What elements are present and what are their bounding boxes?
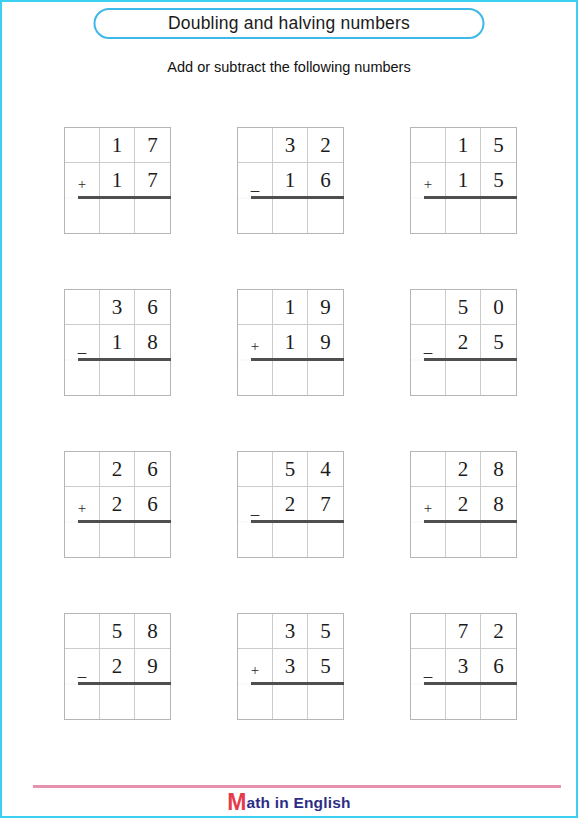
minus-sign: –: [65, 348, 99, 356]
top-ones-digit: 2: [481, 614, 516, 649]
problem-grid-7: 26+26: [64, 451, 171, 558]
answer-cell: [273, 198, 308, 233]
answer-cell: [238, 360, 273, 395]
problem-grid-1: 17+17: [64, 127, 171, 234]
answer-cell: [135, 360, 170, 395]
answer-cell: [238, 198, 273, 233]
answer-cell: [446, 522, 481, 557]
answer-cell: [446, 198, 481, 233]
minus-sign: –: [411, 348, 445, 356]
operator-cell: –: [65, 325, 100, 360]
worksheet-page: Doubling and halving numbers Add or subt…: [0, 0, 578, 818]
bottom-tens-digit: 1: [100, 163, 135, 198]
answer-cell: [273, 522, 308, 557]
bottom-tens-digit: 2: [100, 649, 135, 684]
problem-grid-11: 35+35: [237, 613, 344, 720]
answer-cell: [65, 360, 100, 395]
blank-cell: [411, 614, 446, 649]
blank-cell: [65, 290, 100, 325]
top-ones-digit: 8: [135, 614, 170, 649]
problem-grid-8: 54–27: [237, 451, 344, 558]
operator-cell: –: [238, 487, 273, 522]
blank-cell: [238, 614, 273, 649]
blank-cell: [238, 290, 273, 325]
answer-line: [251, 358, 344, 361]
answer-line-gap: [65, 197, 78, 199]
answer-cell: [65, 522, 100, 557]
footer-divider: [33, 785, 561, 788]
answer-cell: [446, 684, 481, 719]
answer-line: [78, 358, 171, 361]
answer-cell: [65, 684, 100, 719]
answer-cell: [308, 684, 343, 719]
answer-cell: [135, 198, 170, 233]
page-title: Doubling and halving numbers: [168, 13, 410, 34]
answer-line: [424, 520, 517, 523]
bottom-ones-digit: 9: [308, 325, 343, 360]
minus-sign: –: [238, 510, 272, 518]
bottom-ones-digit: 9: [135, 649, 170, 684]
answer-cell: [308, 198, 343, 233]
top-ones-digit: 6: [135, 452, 170, 487]
bottom-tens-digit: 2: [273, 487, 308, 522]
top-tens-digit: 1: [273, 290, 308, 325]
answer-line-gap: [238, 521, 251, 523]
operator-cell: +: [65, 487, 100, 522]
answer-line-gap: [238, 683, 251, 685]
top-tens-digit: 5: [446, 290, 481, 325]
plus-sign: +: [411, 176, 445, 193]
bottom-ones-digit: 6: [481, 649, 516, 684]
problem-grid-10: 58–29: [64, 613, 171, 720]
bottom-ones-digit: 8: [481, 487, 516, 522]
blank-cell: [238, 128, 273, 163]
blank-cell: [65, 128, 100, 163]
answer-line-gap: [411, 197, 424, 199]
top-tens-digit: 3: [273, 614, 308, 649]
answer-cell: [481, 360, 516, 395]
answer-line: [251, 682, 344, 685]
bottom-ones-digit: 5: [481, 163, 516, 198]
answer-cell: [411, 198, 446, 233]
answer-line-gap: [411, 683, 424, 685]
bottom-tens-digit: 1: [100, 325, 135, 360]
plus-sign: +: [65, 176, 99, 193]
bottom-ones-digit: 7: [135, 163, 170, 198]
problem-grid-2: 32–16: [237, 127, 344, 234]
answer-line: [251, 196, 344, 199]
bottom-tens-digit: 2: [446, 487, 481, 522]
minus-sign: –: [238, 186, 272, 194]
top-ones-digit: 5: [308, 614, 343, 649]
answer-cell: [411, 522, 446, 557]
blank-cell: [65, 452, 100, 487]
top-ones-digit: 4: [308, 452, 343, 487]
answer-line: [424, 196, 517, 199]
top-ones-digit: 5: [481, 128, 516, 163]
footer-brand: Math in English: [2, 789, 576, 816]
plus-sign: +: [411, 500, 445, 517]
answer-line: [78, 682, 171, 685]
top-ones-digit: 8: [481, 452, 516, 487]
answer-cell: [135, 522, 170, 557]
top-tens-digit: 3: [100, 290, 135, 325]
answer-line-gap: [238, 197, 251, 199]
answer-cell: [446, 360, 481, 395]
answer-line: [78, 520, 171, 523]
top-ones-digit: 2: [308, 128, 343, 163]
bottom-ones-digit: 7: [308, 487, 343, 522]
operator-cell: +: [411, 163, 446, 198]
answer-line-gap: [411, 521, 424, 523]
blank-cell: [411, 290, 446, 325]
answer-line-gap: [411, 359, 424, 361]
answer-cell: [273, 360, 308, 395]
page-subtitle: Add or subtract the following numbers: [2, 59, 576, 75]
operator-cell: –: [411, 325, 446, 360]
plus-sign: +: [238, 338, 272, 355]
answer-cell: [273, 684, 308, 719]
answer-cell: [308, 360, 343, 395]
bottom-ones-digit: 8: [135, 325, 170, 360]
top-ones-digit: 6: [135, 290, 170, 325]
answer-cell: [481, 684, 516, 719]
minus-sign: –: [411, 672, 445, 680]
top-ones-digit: 7: [135, 128, 170, 163]
top-tens-digit: 7: [446, 614, 481, 649]
bottom-tens-digit: 2: [100, 487, 135, 522]
operator-cell: +: [238, 649, 273, 684]
top-tens-digit: 5: [100, 614, 135, 649]
blank-cell: [238, 452, 273, 487]
bottom-tens-digit: 1: [273, 163, 308, 198]
answer-line: [424, 358, 517, 361]
answer-cell: [411, 360, 446, 395]
top-tens-digit: 3: [273, 128, 308, 163]
blank-cell: [65, 614, 100, 649]
bottom-tens-digit: 2: [446, 325, 481, 360]
top-tens-digit: 2: [446, 452, 481, 487]
problem-grid-6: 50–25: [410, 289, 517, 396]
problem-grid-4: 36–18: [64, 289, 171, 396]
operator-cell: +: [238, 325, 273, 360]
top-tens-digit: 5: [273, 452, 308, 487]
answer-line: [251, 520, 344, 523]
answer-cell: [65, 198, 100, 233]
answer-cell: [411, 684, 446, 719]
bottom-tens-digit: 1: [446, 163, 481, 198]
bottom-tens-digit: 3: [446, 649, 481, 684]
answer-cell: [238, 684, 273, 719]
answer-cell: [135, 684, 170, 719]
answer-line-gap: [238, 359, 251, 361]
answer-cell: [100, 198, 135, 233]
top-ones-digit: 9: [308, 290, 343, 325]
problem-grid-3: 15+15: [410, 127, 517, 234]
answer-cell: [100, 360, 135, 395]
bottom-tens-digit: 3: [273, 649, 308, 684]
bottom-tens-digit: 1: [273, 325, 308, 360]
answer-line-gap: [65, 521, 78, 523]
blank-cell: [411, 452, 446, 487]
answer-cell: [308, 522, 343, 557]
bottom-ones-digit: 6: [308, 163, 343, 198]
operator-cell: –: [411, 649, 446, 684]
operator-cell: +: [411, 487, 446, 522]
answer-cell: [481, 198, 516, 233]
problems-grid: 17+1732–1615+1536–1819+1950–2526+2654–27…: [64, 127, 517, 720]
bottom-ones-digit: 5: [481, 325, 516, 360]
answer-cell: [481, 522, 516, 557]
title-box: Doubling and halving numbers: [94, 8, 485, 39]
answer-line-gap: [65, 683, 78, 685]
problem-grid-9: 28+28: [410, 451, 517, 558]
answer-cell: [100, 684, 135, 719]
answer-cell: [238, 522, 273, 557]
brand-initial: M: [227, 789, 246, 815]
operator-cell: –: [238, 163, 273, 198]
top-tens-digit: 1: [100, 128, 135, 163]
brand-rest-text: ath in English: [246, 794, 350, 811]
top-tens-digit: 1: [446, 128, 481, 163]
answer-cell: [100, 522, 135, 557]
operator-cell: +: [65, 163, 100, 198]
blank-cell: [411, 128, 446, 163]
problem-grid-5: 19+19: [237, 289, 344, 396]
problem-grid-12: 72–36: [410, 613, 517, 720]
operator-cell: –: [65, 649, 100, 684]
bottom-ones-digit: 5: [308, 649, 343, 684]
minus-sign: –: [65, 672, 99, 680]
bottom-ones-digit: 6: [135, 487, 170, 522]
top-ones-digit: 0: [481, 290, 516, 325]
top-tens-digit: 2: [100, 452, 135, 487]
plus-sign: +: [238, 662, 272, 679]
answer-line: [78, 196, 171, 199]
answer-line-gap: [65, 359, 78, 361]
plus-sign: +: [65, 500, 99, 517]
answer-line: [424, 682, 517, 685]
